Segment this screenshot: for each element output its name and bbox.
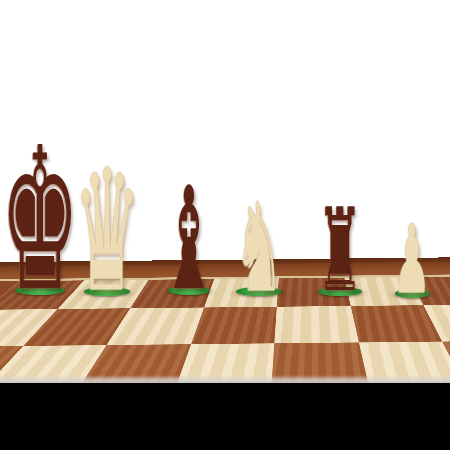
- square-r1c5: [277, 278, 350, 307]
- photo-backdrop: ♚♛♝♞♜♟: [0, 0, 450, 383]
- square-r2c5: [274, 306, 358, 343]
- bottom-letterbox-bar: [0, 383, 450, 450]
- photo-bottom-fade: [0, 375, 450, 383]
- square-r2c4: [190, 307, 276, 344]
- photo-stage: ♚♛♝♞♜♟: [0, 0, 450, 450]
- chessboard-plane: [0, 256, 450, 383]
- square-r1c4: [203, 278, 278, 307]
